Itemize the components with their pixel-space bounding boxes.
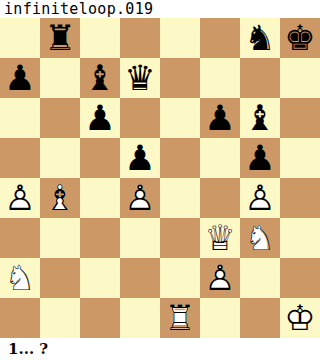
black-pawn[interactable]: ♟ [80,98,120,138]
square-e7[interactable] [160,58,200,98]
square-g7[interactable] [240,58,280,98]
square-g6[interactable]: ♝ [240,98,280,138]
square-a2[interactable]: ♞♘ [0,258,40,298]
square-e3[interactable] [160,218,200,258]
square-h6[interactable] [280,98,320,138]
black-knight[interactable]: ♞ [240,18,280,58]
square-f3[interactable]: ♛♕ [200,218,240,258]
square-c1[interactable] [80,298,120,338]
square-g1[interactable] [240,298,280,338]
piece-glyph: ♝ [84,61,115,96]
square-h7[interactable] [280,58,320,98]
piece-glyph: ♟ [84,101,115,136]
white-rook[interactable]: ♜♖ [160,298,200,338]
white-pawn[interactable]: ♟♙ [0,178,40,218]
square-c4[interactable] [80,178,120,218]
square-a1[interactable] [0,298,40,338]
piece-glyph: ♟ [204,101,235,136]
square-c6[interactable]: ♟ [80,98,120,138]
black-pawn[interactable]: ♟ [200,98,240,138]
piece-outline-glyph: ♙ [204,261,235,296]
square-f1[interactable] [200,298,240,338]
square-d7[interactable]: ♛ [120,58,160,98]
square-g3[interactable]: ♞♘ [240,218,280,258]
piece-outline-glyph: ♔ [284,301,315,336]
black-pawn[interactable]: ♟ [120,138,160,178]
white-bishop[interactable]: ♝♗ [40,178,80,218]
black-rook[interactable]: ♜ [40,18,80,58]
square-f4[interactable] [200,178,240,218]
square-b7[interactable] [40,58,80,98]
square-d3[interactable] [120,218,160,258]
square-d1[interactable] [120,298,160,338]
white-pawn[interactable]: ♟♙ [240,178,280,218]
square-f6[interactable]: ♟ [200,98,240,138]
square-a7[interactable]: ♟ [0,58,40,98]
piece-outline-glyph: ♙ [244,181,275,216]
white-king[interactable]: ♚♔ [280,298,320,338]
piece-outline-glyph: ♖ [164,301,195,336]
square-b4[interactable]: ♝♗ [40,178,80,218]
square-f7[interactable] [200,58,240,98]
square-e4[interactable] [160,178,200,218]
black-bishop[interactable]: ♝ [80,58,120,98]
white-knight[interactable]: ♞♘ [0,258,40,298]
black-bishop[interactable]: ♝ [240,98,280,138]
square-f8[interactable] [200,18,240,58]
puzzle-title: infiniteloop.019 [0,0,153,18]
square-h1[interactable]: ♚♔ [280,298,320,338]
square-e8[interactable] [160,18,200,58]
square-b1[interactable] [40,298,80,338]
square-a5[interactable] [0,138,40,178]
square-h8[interactable]: ♚ [280,18,320,58]
black-pawn[interactable]: ♟ [240,138,280,178]
piece-glyph: ♜ [44,21,75,56]
square-c7[interactable]: ♝ [80,58,120,98]
chess-board: ♜♞♚♟♝♛♟♟♝♟♟♟♙♝♗♟♙♟♙♛♕♞♘♞♘♟♙♜♖♚♔ [0,18,320,338]
square-f5[interactable] [200,138,240,178]
square-b8[interactable]: ♜ [40,18,80,58]
white-knight[interactable]: ♞♘ [240,218,280,258]
piece-glyph: ♚ [284,21,315,56]
square-g4[interactable]: ♟♙ [240,178,280,218]
square-a8[interactable] [0,18,40,58]
piece-outline-glyph: ♕ [204,221,235,256]
square-d2[interactable] [120,258,160,298]
square-g5[interactable]: ♟ [240,138,280,178]
square-a4[interactable]: ♟♙ [0,178,40,218]
title-bar: infiniteloop.019 [0,0,320,18]
square-e5[interactable] [160,138,200,178]
footer: 1... ? [0,338,320,360]
square-b2[interactable] [40,258,80,298]
piece-outline-glyph: ♗ [44,181,75,216]
square-c2[interactable] [80,258,120,298]
piece-glyph: ♟ [4,61,35,96]
square-g8[interactable]: ♞ [240,18,280,58]
square-d8[interactable] [120,18,160,58]
piece-glyph: ♛ [124,61,155,96]
piece-glyph: ♞ [244,21,275,56]
square-f2[interactable]: ♟♙ [200,258,240,298]
square-e1[interactable]: ♜♖ [160,298,200,338]
piece-outline-glyph: ♙ [4,181,35,216]
piece-outline-glyph: ♙ [124,181,155,216]
square-h4[interactable] [280,178,320,218]
move-prompt: 1... ? [0,340,48,358]
square-d4[interactable]: ♟♙ [120,178,160,218]
piece-outline-glyph: ♘ [244,221,275,256]
square-d6[interactable] [120,98,160,138]
square-h2[interactable] [280,258,320,298]
square-c3[interactable] [80,218,120,258]
piece-glyph: ♟ [244,141,275,176]
white-queen[interactable]: ♛♕ [200,218,240,258]
square-a6[interactable] [0,98,40,138]
puzzle-page: infiniteloop.019 ♜♞♚♟♝♛♟♟♝♟♟♟♙♝♗♟♙♟♙♛♕♞♘… [0,0,320,360]
square-h3[interactable] [280,218,320,258]
square-e6[interactable] [160,98,200,138]
square-a3[interactable] [0,218,40,258]
piece-glyph: ♟ [124,141,155,176]
square-d5[interactable]: ♟ [120,138,160,178]
square-c8[interactable] [80,18,120,58]
square-c5[interactable] [80,138,120,178]
square-b6[interactable] [40,98,80,138]
square-b5[interactable] [40,138,80,178]
square-h5[interactable] [280,138,320,178]
square-b3[interactable] [40,218,80,258]
black-queen[interactable]: ♛ [120,58,160,98]
piece-glyph: ♝ [244,101,275,136]
black-pawn[interactable]: ♟ [0,58,40,98]
piece-outline-glyph: ♘ [4,261,35,296]
white-pawn[interactable]: ♟♙ [120,178,160,218]
square-g2[interactable] [240,258,280,298]
black-king[interactable]: ♚ [280,18,320,58]
white-pawn[interactable]: ♟♙ [200,258,240,298]
square-e2[interactable] [160,258,200,298]
